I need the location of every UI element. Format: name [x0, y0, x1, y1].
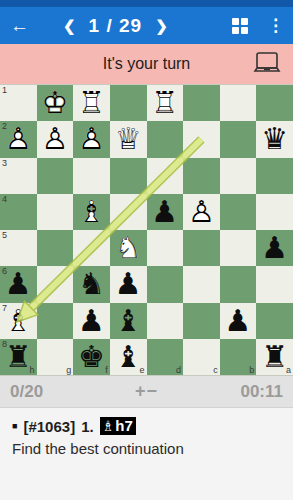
square-a1[interactable] [256, 85, 293, 121]
square-f3[interactable] [73, 158, 110, 194]
chess-board: 1♚♔♜♖♜♖2♟♙♟♙♟♙♛♕♛34♝♗♟♟♙5♞♘♟6♟♞♟7♝♗♟♝♟8h… [0, 84, 293, 376]
back-button[interactable]: ← [10, 15, 29, 37]
square-g4[interactable] [37, 194, 74, 230]
square-g6[interactable] [37, 266, 74, 302]
black-pawn: ♟ [147, 194, 184, 230]
bullet-icon: ■ [12, 422, 17, 431]
rank-label: 4 [2, 194, 7, 204]
square-f5[interactable] [73, 230, 110, 266]
square-e5[interactable]: ♞♘ [110, 230, 147, 266]
control-bar: 0/20 +− 00:11 [0, 376, 293, 408]
square-b7[interactable]: ♟ [220, 303, 257, 339]
square-a2[interactable]: ♛ [256, 121, 293, 157]
square-d3[interactable] [147, 158, 184, 194]
white-pawn: ♟♙ [73, 121, 110, 157]
white-king: ♚♔ [37, 85, 74, 121]
square-b5[interactable] [220, 230, 257, 266]
square-a5[interactable]: ♟ [256, 230, 293, 266]
move-line: ■ [#1063] 1. ♗h7 [12, 417, 281, 435]
square-g2[interactable]: ♟♙ [37, 121, 74, 157]
square-a3[interactable] [256, 158, 293, 194]
square-f1[interactable]: ♜♖ [73, 85, 110, 121]
adjust-control[interactable]: +− [0, 381, 293, 402]
square-h1[interactable]: 1 [0, 85, 37, 121]
square-e2[interactable]: ♛♕ [110, 121, 147, 157]
square-c1[interactable] [183, 85, 220, 121]
white-rook: ♜♖ [147, 85, 184, 121]
computer-icon[interactable] [251, 51, 283, 77]
prev-puzzle-button[interactable]: ❮ [63, 17, 76, 35]
square-h7[interactable]: 7♝♗ [0, 303, 37, 339]
square-e4[interactable] [110, 194, 147, 230]
black-pawn: ♟ [110, 266, 147, 302]
grid-view-icon[interactable] [232, 18, 248, 34]
square-a6[interactable] [256, 266, 293, 302]
square-h2[interactable]: 2♟♙ [0, 121, 37, 157]
black-rook: ♜ [256, 339, 293, 375]
square-g1[interactable]: ♚♔ [37, 85, 74, 121]
square-g7[interactable] [37, 303, 74, 339]
square-a7[interactable] [256, 303, 293, 339]
square-c6[interactable] [183, 266, 220, 302]
square-f8[interactable]: f♚ [73, 339, 110, 375]
black-knight: ♞ [73, 266, 110, 302]
square-h6[interactable]: 6♟ [0, 266, 37, 302]
square-d4[interactable]: ♟ [147, 194, 184, 230]
file-label: b [249, 365, 254, 375]
square-c4[interactable]: ♟♙ [183, 194, 220, 230]
square-h5[interactable]: 5 [0, 230, 37, 266]
puzzle-navigation: ❮ 1 / 29 ❯ [63, 15, 168, 37]
black-pawn: ♟ [256, 230, 293, 266]
square-a8[interactable]: a♜ [256, 339, 293, 375]
turn-banner-text: It's your turn [0, 55, 293, 73]
square-b4[interactable] [220, 194, 257, 230]
square-g8[interactable]: g [37, 339, 74, 375]
square-b3[interactable] [220, 158, 257, 194]
task-prompt: Find the best continuation [12, 440, 281, 457]
square-f4[interactable]: ♝♗ [73, 194, 110, 230]
puzzle-id: [#1063] [23, 418, 75, 435]
square-h3[interactable]: 3 [0, 158, 37, 194]
square-e6[interactable]: ♟ [110, 266, 147, 302]
black-bishop: ♝ [110, 339, 147, 375]
rank-label: 3 [2, 158, 7, 168]
square-e7[interactable]: ♝ [110, 303, 147, 339]
square-d2[interactable] [147, 121, 184, 157]
next-puzzle-button[interactable]: ❯ [155, 17, 168, 35]
square-c3[interactable] [183, 158, 220, 194]
black-king: ♚ [73, 339, 110, 375]
file-label: d [176, 365, 181, 375]
turn-banner: It's your turn [0, 44, 293, 84]
square-h4[interactable]: 4 [0, 194, 37, 230]
app-toolbar: ← ❮ 1 / 29 ❯ ⋮ [0, 7, 293, 44]
move-number: 1. [81, 418, 94, 435]
file-label: c [213, 365, 218, 375]
square-h8[interactable]: 8h♜ [0, 339, 37, 375]
square-a4[interactable] [256, 194, 293, 230]
status-bar [0, 0, 293, 7]
square-e1[interactable] [110, 85, 147, 121]
white-pawn: ♟♙ [0, 121, 37, 157]
black-pawn: ♟ [220, 303, 257, 339]
move-square-text: h7 [115, 417, 133, 434]
square-c2[interactable] [183, 121, 220, 157]
white-pawn: ♟♙ [37, 121, 74, 157]
highlighted-move[interactable]: ♗h7 [100, 417, 136, 435]
square-d6[interactable] [147, 266, 184, 302]
square-g3[interactable] [37, 158, 74, 194]
square-f2[interactable]: ♟♙ [73, 121, 110, 157]
square-e8[interactable]: e♝ [110, 339, 147, 375]
black-queen: ♛ [256, 121, 293, 157]
square-f7[interactable]: ♟ [73, 303, 110, 339]
white-bishop: ♝♗ [0, 303, 37, 339]
square-b1[interactable] [220, 85, 257, 121]
white-bishop: ♝♗ [73, 194, 110, 230]
square-c7[interactable] [183, 303, 220, 339]
rank-label: 5 [2, 230, 7, 240]
overflow-menu-button[interactable]: ⋮ [267, 15, 284, 36]
white-knight: ♞♘ [110, 230, 147, 266]
rank-label: 1 [2, 85, 7, 95]
white-queen: ♛♕ [110, 121, 147, 157]
square-g5[interactable] [37, 230, 74, 266]
square-d1[interactable]: ♜♖ [147, 85, 184, 121]
square-f6[interactable]: ♞ [73, 266, 110, 302]
white-pawn: ♟♙ [183, 194, 220, 230]
square-d8[interactable]: d [147, 339, 184, 375]
white-rook: ♜♖ [73, 85, 110, 121]
black-bishop: ♝ [110, 303, 147, 339]
square-b8[interactable]: b [220, 339, 257, 375]
black-pawn: ♟ [73, 303, 110, 339]
square-e3[interactable] [110, 158, 147, 194]
file-label: g [66, 365, 71, 375]
black-rook: ♜ [0, 339, 37, 375]
square-b2[interactable] [220, 121, 257, 157]
puzzle-caption: ■ [#1063] 1. ♗h7 Find the best continuat… [0, 408, 293, 500]
bishop-icon: ♗ [102, 418, 115, 434]
square-c8[interactable]: c [183, 339, 220, 375]
chess-puzzle-app: ← ❮ 1 / 29 ❯ ⋮ It's your turn 1♚♔♜♖♜♖2♟♙… [0, 0, 293, 500]
square-d7[interactable] [147, 303, 184, 339]
square-b6[interactable] [220, 266, 257, 302]
black-pawn: ♟ [0, 266, 37, 302]
square-c5[interactable] [183, 230, 220, 266]
puzzle-counter: 1 / 29 [89, 15, 143, 37]
square-d5[interactable] [147, 230, 184, 266]
